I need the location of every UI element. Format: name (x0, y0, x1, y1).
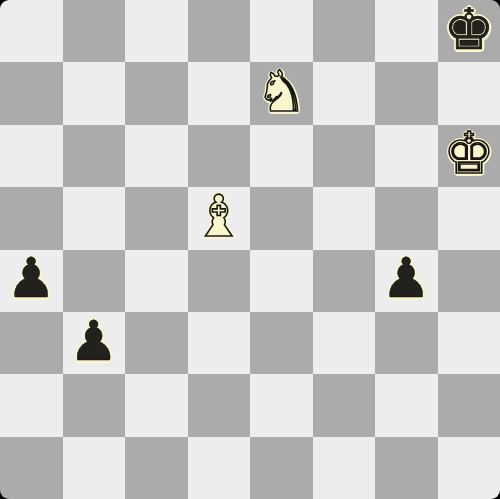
square-c6[interactable] (125, 125, 188, 187)
square-b2[interactable] (63, 374, 126, 436)
square-g8[interactable] (375, 0, 438, 62)
square-f4[interactable] (313, 250, 376, 312)
square-c1[interactable] (125, 437, 188, 499)
black-pawn[interactable]: ♟ (382, 251, 431, 306)
square-b6[interactable] (63, 125, 126, 187)
square-f8[interactable] (313, 0, 376, 62)
white-king[interactable]: ♚ (443, 125, 494, 182)
white-knight[interactable]: ♞ (256, 63, 307, 120)
square-f5[interactable] (313, 187, 376, 249)
square-a6[interactable] (0, 125, 63, 187)
square-h5[interactable] (438, 187, 500, 249)
square-d3[interactable] (188, 312, 251, 374)
square-g6[interactable] (375, 125, 438, 187)
square-a2[interactable] (0, 374, 63, 436)
square-a7[interactable] (0, 62, 63, 124)
square-d4[interactable] (188, 250, 251, 312)
square-d8[interactable] (188, 0, 251, 62)
square-f7[interactable] (313, 62, 376, 124)
square-g5[interactable] (375, 187, 438, 249)
square-b8[interactable] (63, 0, 126, 62)
white-bishop[interactable]: ♝ (193, 188, 244, 245)
square-c5[interactable] (125, 187, 188, 249)
square-f6[interactable] (313, 125, 376, 187)
square-a5[interactable] (0, 187, 63, 249)
square-e3[interactable] (250, 312, 313, 374)
square-f1[interactable] (313, 437, 376, 499)
square-e5[interactable] (250, 187, 313, 249)
square-g7[interactable] (375, 62, 438, 124)
square-c4[interactable] (125, 250, 188, 312)
square-h8[interactable]: ♚ (438, 0, 500, 62)
black-pawn[interactable]: ♟ (69, 314, 118, 369)
black-pawn[interactable]: ♟ (7, 251, 56, 306)
square-b4[interactable] (63, 250, 126, 312)
board-stage: ♚♞♚♝♟♟♟ (0, 0, 500, 499)
square-b7[interactable] (63, 62, 126, 124)
square-c3[interactable] (125, 312, 188, 374)
square-c8[interactable] (125, 0, 188, 62)
square-e4[interactable] (250, 250, 313, 312)
square-h6[interactable]: ♚ (438, 125, 500, 187)
square-e7[interactable]: ♞ (250, 62, 313, 124)
square-d1[interactable] (188, 437, 251, 499)
square-a1[interactable] (0, 437, 63, 499)
square-c7[interactable] (125, 62, 188, 124)
square-h7[interactable] (438, 62, 500, 124)
square-e2[interactable] (250, 374, 313, 436)
square-a3[interactable] (0, 312, 63, 374)
square-h3[interactable] (438, 312, 500, 374)
square-b3[interactable]: ♟ (63, 312, 126, 374)
square-d7[interactable] (188, 62, 251, 124)
square-h1[interactable] (438, 437, 500, 499)
square-h4[interactable] (438, 250, 500, 312)
square-a8[interactable] (0, 0, 63, 62)
square-g2[interactable] (375, 374, 438, 436)
chess-board: ♚♞♚♝♟♟♟ (0, 0, 500, 499)
square-c2[interactable] (125, 374, 188, 436)
square-h2[interactable] (438, 374, 500, 436)
square-g1[interactable] (375, 437, 438, 499)
square-d6[interactable] (188, 125, 251, 187)
square-e1[interactable] (250, 437, 313, 499)
square-g4[interactable]: ♟ (375, 250, 438, 312)
square-d2[interactable] (188, 374, 251, 436)
square-f2[interactable] (313, 374, 376, 436)
square-f3[interactable] (313, 312, 376, 374)
square-a4[interactable]: ♟ (0, 250, 63, 312)
square-e8[interactable] (250, 0, 313, 62)
black-king[interactable]: ♚ (443, 1, 494, 58)
square-d5[interactable]: ♝ (188, 187, 251, 249)
square-b1[interactable] (63, 437, 126, 499)
square-b5[interactable] (63, 187, 126, 249)
square-e6[interactable] (250, 125, 313, 187)
square-g3[interactable] (375, 312, 438, 374)
